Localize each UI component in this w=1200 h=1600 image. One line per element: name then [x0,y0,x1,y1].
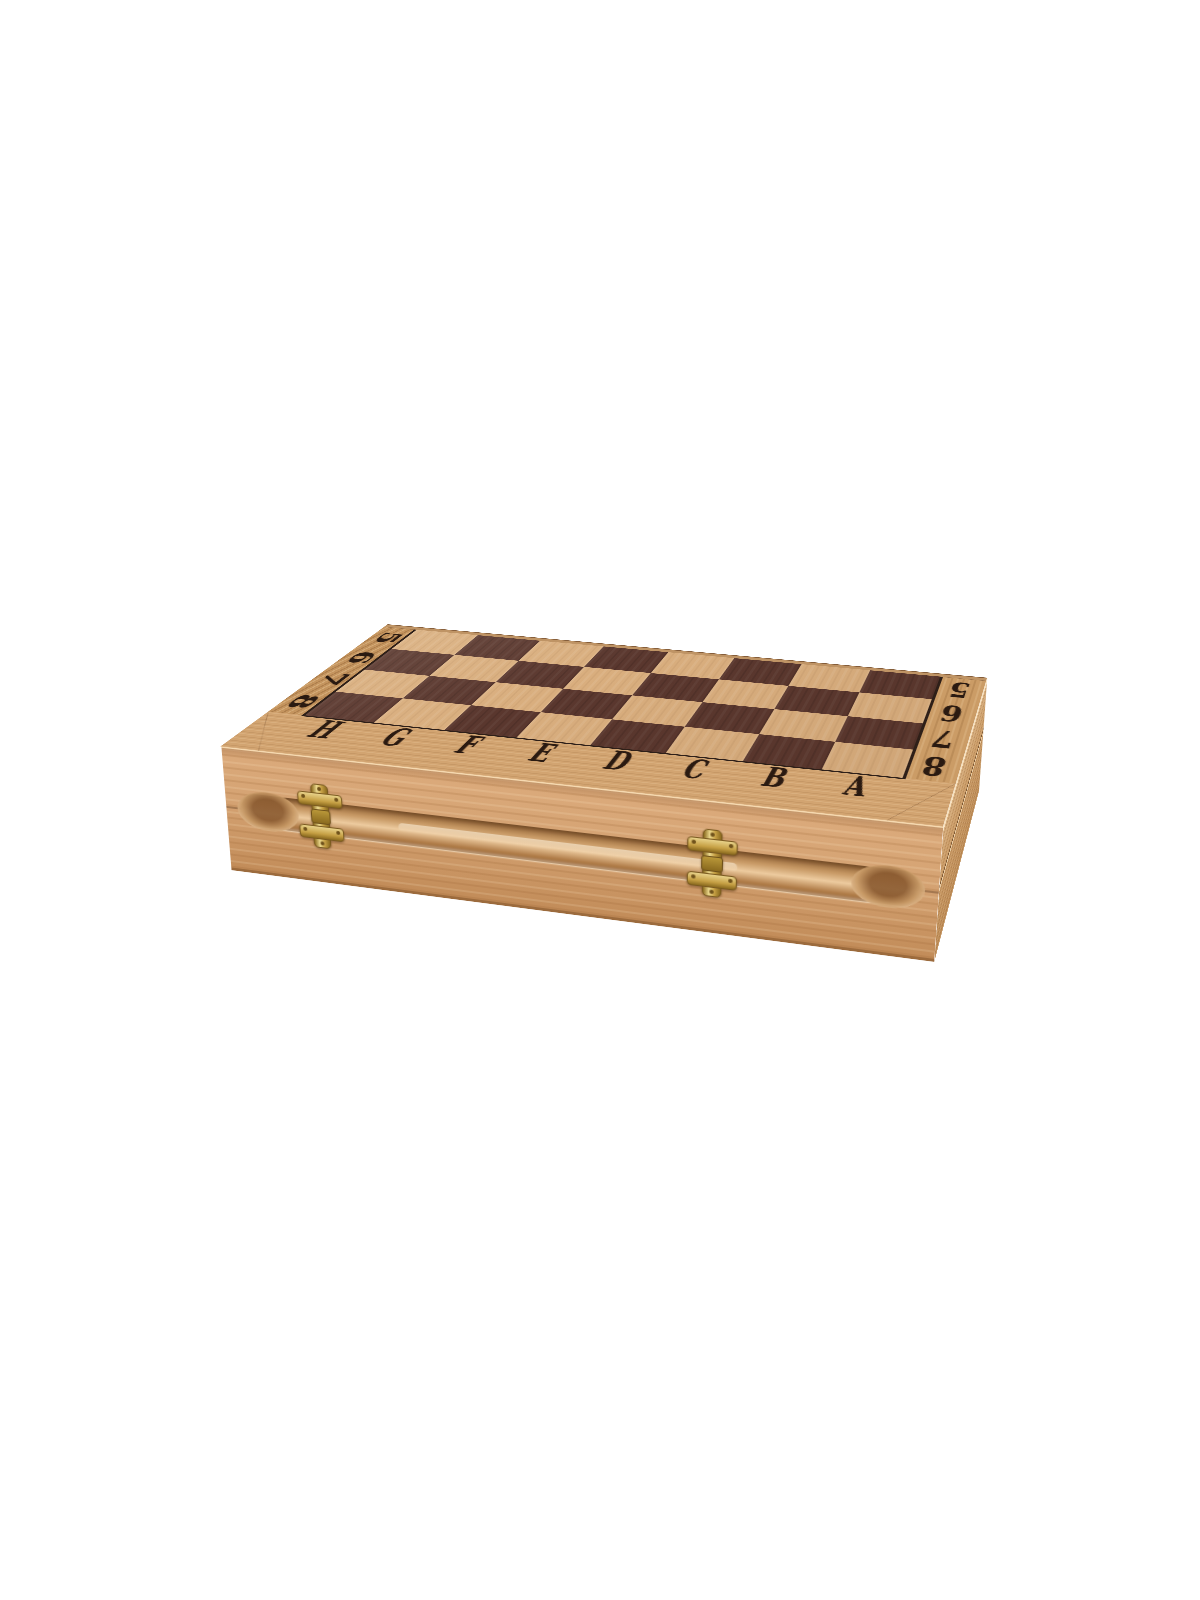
latch-arm-bottom [687,871,737,891]
file-label-b: B [744,759,806,796]
square-a6 [848,692,932,723]
square-b7 [759,709,848,742]
brass-latch-left [296,782,345,851]
file-label-e: E [508,735,576,770]
latch-arm-top [297,790,343,809]
latch-hook [311,808,331,825]
latch-arm-bottom [299,823,344,842]
product-photo: 5678 5678 HGFEDCBA [0,0,1200,1600]
page-background: 5678 5678 HGFEDCBA [0,0,1200,1600]
rank-label-left-8: 8 [251,685,353,719]
square-c8 [666,727,759,761]
file-label-f: F [434,728,504,762]
square-e8 [517,712,612,745]
square-a8 [822,742,913,778]
square-d8 [590,719,684,753]
brass-latch-right [687,827,739,900]
file-label-d: D [585,743,651,779]
file-label-h: H [289,713,363,746]
square-b6 [774,686,859,716]
square-b8 [743,734,835,769]
square-f8 [445,705,541,737]
file-label-c: C [664,751,728,788]
file-label-g: G [360,721,432,754]
chess-case: 5678 5678 HGFEDCBA [221,624,987,826]
square-c7 [685,702,775,734]
latch-screws [710,832,714,837]
corner-miter-left [220,711,305,750]
latch-arm-top [687,836,738,856]
latch-hook [701,855,723,873]
square-a7 [835,716,923,749]
latch-screws [317,787,321,791]
file-label-a: A [826,767,886,805]
